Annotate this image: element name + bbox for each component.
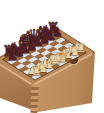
chess-piece-white-rook[interactable]: ♜	[31, 66, 41, 78]
chess-piece-black-pawn[interactable]: ♟	[7, 49, 19, 62]
chess-set-photo: ♜♞♝♛♚♝♞♜♟♟♟♟♟♟♟♟♟♟♟♟♟♟♟♟♜♞♝♛♚♝♞♜	[0, 0, 104, 113]
box-corner-finger-joints	[30, 84, 39, 113]
